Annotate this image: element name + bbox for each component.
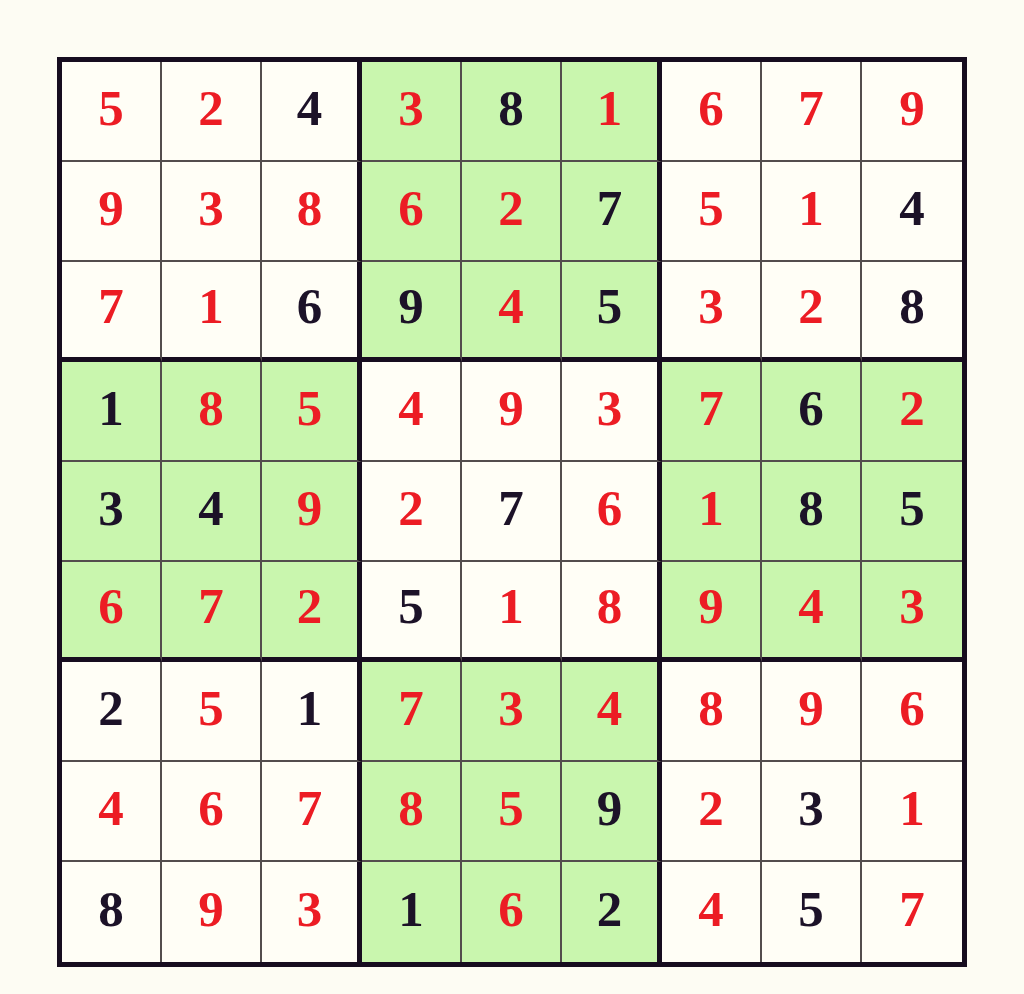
cell-r6c4[interactable]: 5 (362, 562, 462, 662)
cell-r8c9[interactable]: 1 (862, 762, 962, 862)
cell-r6c3[interactable]: 2 (262, 562, 362, 662)
cell-r8c8[interactable]: 3 (762, 762, 862, 862)
cell-r3c8[interactable]: 2 (762, 262, 862, 362)
cell-digit: 3 (597, 383, 623, 440)
cell-digit: 4 (297, 83, 323, 140)
cell-digit: 6 (198, 783, 224, 840)
cell-r7c8[interactable]: 9 (762, 662, 862, 762)
cell-digit: 6 (597, 483, 623, 540)
cell-digit: 3 (297, 884, 323, 941)
cell-r7c5[interactable]: 3 (462, 662, 562, 762)
cell-digit: 5 (597, 281, 623, 338)
cell-r9c7[interactable]: 4 (662, 862, 762, 962)
cell-digit: 4 (498, 281, 524, 338)
cell-digit: 2 (98, 683, 124, 740)
cell-r7c1[interactable]: 2 (62, 662, 162, 762)
cell-r6c5[interactable]: 1 (462, 562, 562, 662)
cell-r1c6[interactable]: 1 (562, 62, 662, 162)
cell-r2c7[interactable]: 5 (662, 162, 762, 262)
cell-digit: 3 (398, 83, 424, 140)
cell-digit: 4 (198, 483, 224, 540)
cell-digit: 7 (398, 683, 424, 740)
cell-r7c7[interactable]: 8 (662, 662, 762, 762)
cell-r5c5[interactable]: 7 (462, 462, 562, 562)
cell-r1c2[interactable]: 2 (162, 62, 262, 162)
cell-r5c1[interactable]: 3 (62, 462, 162, 562)
cell-r8c7[interactable]: 2 (662, 762, 762, 862)
cell-r2c9[interactable]: 4 (862, 162, 962, 262)
cell-digit: 6 (498, 884, 524, 941)
cell-r5c6[interactable]: 6 (562, 462, 662, 562)
cell-r1c1[interactable]: 5 (62, 62, 162, 162)
cell-digit: 9 (597, 783, 623, 840)
cell-digit: 6 (798, 383, 824, 440)
cell-r1c8[interactable]: 7 (762, 62, 862, 162)
cell-r6c2[interactable]: 7 (162, 562, 262, 662)
cell-r9c6[interactable]: 2 (562, 862, 662, 962)
cell-r8c5[interactable]: 5 (462, 762, 562, 862)
cell-digit: 8 (597, 581, 623, 638)
cell-digit: 1 (498, 581, 524, 638)
cell-r8c4[interactable]: 8 (362, 762, 462, 862)
cell-r7c3[interactable]: 1 (262, 662, 362, 762)
cell-digit: 6 (899, 683, 925, 740)
cell-digit: 8 (698, 683, 724, 740)
cell-digit: 5 (899, 483, 925, 540)
cell-digit: 8 (198, 383, 224, 440)
cell-digit: 3 (498, 683, 524, 740)
cell-digit: 8 (297, 183, 323, 240)
cell-r3c4[interactable]: 9 (362, 262, 462, 362)
cell-r8c6[interactable]: 9 (562, 762, 662, 862)
cell-r9c2[interactable]: 9 (162, 862, 262, 962)
cell-digit: 7 (698, 383, 724, 440)
cell-r4c3[interactable]: 5 (262, 362, 362, 462)
cell-r2c3[interactable]: 8 (262, 162, 362, 262)
cell-digit: 7 (498, 483, 524, 540)
cell-r9c5[interactable]: 6 (462, 862, 562, 962)
cell-digit: 2 (899, 383, 925, 440)
cell-digit: 1 (198, 281, 224, 338)
cell-digit: 5 (798, 884, 824, 941)
cell-digit: 3 (698, 281, 724, 338)
cell-digit: 2 (798, 281, 824, 338)
cell-digit: 5 (698, 183, 724, 240)
cell-r5c3[interactable]: 9 (262, 462, 362, 562)
cell-digit: 1 (899, 783, 925, 840)
cell-digit: 8 (498, 83, 524, 140)
cell-r3c1[interactable]: 7 (62, 262, 162, 362)
cell-digit: 7 (297, 783, 323, 840)
cell-r4c9[interactable]: 2 (862, 362, 962, 462)
cell-r3c3[interactable]: 6 (262, 262, 362, 362)
cell-r2c4[interactable]: 6 (362, 162, 462, 262)
cell-r3c5[interactable]: 4 (462, 262, 562, 362)
cell-r9c3[interactable]: 3 (262, 862, 362, 962)
cell-digit: 9 (498, 383, 524, 440)
cell-r1c4[interactable]: 3 (362, 62, 462, 162)
cell-digit: 7 (597, 183, 623, 240)
cell-digit: 9 (899, 83, 925, 140)
cell-digit: 9 (297, 483, 323, 540)
cell-digit: 3 (98, 483, 124, 540)
cell-digit: 9 (698, 581, 724, 638)
cell-r6c1[interactable]: 6 (62, 562, 162, 662)
sudoku-board: 5243816799386275147169453281854937623492… (57, 57, 967, 967)
cell-digit: 3 (798, 783, 824, 840)
cell-r4c1[interactable]: 1 (62, 362, 162, 462)
cell-r4c2[interactable]: 8 (162, 362, 262, 462)
cell-r4c7[interactable]: 7 (662, 362, 762, 462)
cell-r2c8[interactable]: 1 (762, 162, 862, 262)
cell-digit: 6 (698, 83, 724, 140)
cell-r6c8[interactable]: 4 (762, 562, 862, 662)
cell-r2c1[interactable]: 9 (62, 162, 162, 262)
cell-digit: 2 (297, 581, 323, 638)
cell-r2c5[interactable]: 2 (462, 162, 562, 262)
cell-digit: 6 (297, 281, 323, 338)
cell-r9c1[interactable]: 8 (62, 862, 162, 962)
cell-digit: 8 (798, 483, 824, 540)
cell-digit: 9 (798, 683, 824, 740)
cell-r3c6[interactable]: 5 (562, 262, 662, 362)
cell-r1c9[interactable]: 9 (862, 62, 962, 162)
cell-digit: 2 (398, 483, 424, 540)
cell-r4c8[interactable]: 6 (762, 362, 862, 462)
cell-r6c7[interactable]: 9 (662, 562, 762, 662)
cell-r8c3[interactable]: 7 (262, 762, 362, 862)
cell-r5c2[interactable]: 4 (162, 462, 262, 562)
cell-digit: 2 (498, 183, 524, 240)
cell-r9c9[interactable]: 7 (862, 862, 962, 962)
cell-digit: 9 (98, 183, 124, 240)
cell-r3c7[interactable]: 3 (662, 262, 762, 362)
cell-r4c5[interactable]: 9 (462, 362, 562, 462)
cell-r4c4[interactable]: 4 (362, 362, 462, 462)
cell-r5c9[interactable]: 5 (862, 462, 962, 562)
cell-digit: 8 (98, 884, 124, 941)
cell-digit: 5 (297, 383, 323, 440)
cell-r4c6[interactable]: 3 (562, 362, 662, 462)
cell-r8c2[interactable]: 6 (162, 762, 262, 862)
cell-digit: 4 (798, 581, 824, 638)
cell-r5c4[interactable]: 2 (362, 462, 462, 562)
cell-digit: 7 (899, 884, 925, 941)
cell-r2c6[interactable]: 7 (562, 162, 662, 262)
cell-r9c4[interactable]: 1 (362, 862, 462, 962)
cell-r6c6[interactable]: 8 (562, 562, 662, 662)
cell-digit: 3 (198, 183, 224, 240)
cell-digit: 6 (398, 183, 424, 240)
cell-digit: 4 (398, 383, 424, 440)
cell-digit: 5 (98, 83, 124, 140)
cell-r1c3[interactable]: 4 (262, 62, 362, 162)
cell-r8c1[interactable]: 4 (62, 762, 162, 862)
cell-r1c5[interactable]: 8 (462, 62, 562, 162)
cell-digit: 5 (198, 683, 224, 740)
cell-digit: 1 (297, 683, 323, 740)
cell-r5c7[interactable]: 1 (662, 462, 762, 562)
cell-digit: 6 (98, 581, 124, 638)
cell-digit: 2 (698, 783, 724, 840)
cell-digit: 9 (398, 281, 424, 338)
cell-digit: 1 (597, 83, 623, 140)
cell-r1c7[interactable]: 6 (662, 62, 762, 162)
cell-digit: 7 (198, 581, 224, 638)
cell-digit: 2 (198, 83, 224, 140)
cell-digit: 4 (597, 683, 623, 740)
cell-digit: 9 (198, 884, 224, 941)
cell-digit: 1 (698, 483, 724, 540)
cell-r7c6[interactable]: 4 (562, 662, 662, 762)
cell-r7c2[interactable]: 5 (162, 662, 262, 762)
cell-digit: 8 (398, 783, 424, 840)
cell-digit: 4 (698, 884, 724, 941)
cell-r2c2[interactable]: 3 (162, 162, 262, 262)
cell-digit: 3 (899, 581, 925, 638)
cell-digit: 7 (798, 83, 824, 140)
cell-r7c9[interactable]: 6 (862, 662, 962, 762)
cell-r7c4[interactable]: 7 (362, 662, 462, 762)
cell-digit: 4 (899, 183, 925, 240)
cell-digit: 1 (798, 183, 824, 240)
cell-r6c9[interactable]: 3 (862, 562, 962, 662)
cell-r3c2[interactable]: 1 (162, 262, 262, 362)
cell-digit: 5 (498, 783, 524, 840)
cell-digit: 1 (398, 884, 424, 941)
cell-digit: 1 (98, 383, 124, 440)
cell-digit: 8 (899, 281, 925, 338)
cell-digit: 5 (398, 581, 424, 638)
cell-digit: 7 (98, 281, 124, 338)
cell-digit: 4 (98, 783, 124, 840)
cell-r9c8[interactable]: 5 (762, 862, 862, 962)
cell-r3c9[interactable]: 8 (862, 262, 962, 362)
cell-r5c8[interactable]: 8 (762, 462, 862, 562)
cell-digit: 2 (597, 884, 623, 941)
